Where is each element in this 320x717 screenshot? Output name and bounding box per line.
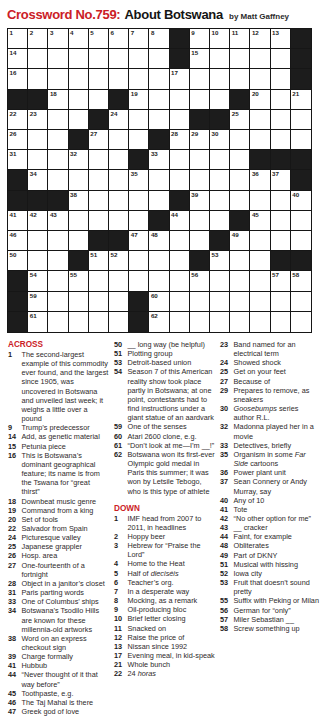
grid-cell-r10c6[interactable] [109,211,129,231]
grid-cell-r11c4[interactable] [69,231,89,251]
grid-cell-r14c3[interactable] [48,292,68,312]
grid-cell-r1c5[interactable]: 5 [89,29,109,49]
grid-cell-r8c9[interactable] [170,170,190,190]
grid-cell-r14c13[interactable] [250,292,270,312]
grid-cell-r9c7[interactable] [129,191,149,211]
section-header-across: ACROSS [8,340,109,350]
grid-cell-r8c11[interactable] [210,170,230,190]
clue-text: Plotting group [128,349,216,358]
cell-number: 59 [30,292,37,299]
grid-cell-r13c15[interactable]: 58 [291,271,311,291]
clue-number: 30 [220,404,234,422]
grid-cell-r9c14[interactable] [271,191,291,211]
cell-number: 13 [272,29,279,36]
clue-down-8: 8Mocking, as a remark [114,596,215,605]
grid-cell-r13c1 [8,271,28,291]
cell-number: 22 [10,110,17,117]
grid-cell-r7c9[interactable] [170,150,190,170]
grid-cell-r11c12[interactable]: 49 [230,231,250,251]
grid-cell-r11c6 [109,231,129,251]
grid-cell-r9c10[interactable]: 39 [190,191,210,211]
grid-cell-r11c1[interactable]: 46 [8,231,28,251]
cell-number: 41 [10,211,17,218]
grid-cell-r15c6[interactable] [109,312,129,332]
clue-number: 20 [8,515,22,524]
grid-cell-r12c8[interactable] [149,251,169,271]
clue-text: This is Botswana’s dominant geographical… [22,451,110,497]
grid-cell-r15c2[interactable]: 61 [28,312,48,332]
grid-cell-r10c4[interactable] [69,211,89,231]
grid-cell-r3c1[interactable]: 16 [8,69,28,89]
clue-across-19: 19Command from a king [8,506,109,515]
cell-number: 34 [30,170,37,177]
grid-cell-r1c13[interactable]: 12 [250,29,270,49]
clue-number: 15 [8,442,22,451]
clue-text: IMF head from 2007 to 2011, in headlines [128,514,216,532]
grid-cell-r13c10[interactable]: 56 [190,271,210,291]
clue-across-28: 28Object in a janitor’s closet [8,579,109,588]
grid-cell-r6c9[interactable]: 28 [170,130,190,150]
clue-across-46: 46The Taj Mahal is there [8,698,109,707]
grid-cell-r11c10[interactable] [190,231,210,251]
grid-cell-r7c12[interactable] [230,150,250,170]
grid-cell-r13c12[interactable] [230,271,250,291]
clue-number: 6 [114,578,128,587]
grid-cell-r4c5[interactable] [89,90,109,110]
clue-text: In a desperate way [128,587,216,596]
grid-cell-r14c5[interactable] [89,292,109,312]
grid-cell-r14c14[interactable] [271,292,291,312]
grid-cell-r2c6[interactable] [109,49,129,69]
grid-cell-r10c2[interactable]: 42 [28,211,48,231]
grid-cell-r9c11[interactable] [210,191,230,211]
clue-text: Evening meal, in kid-speak [128,651,216,660]
grid-cell-r8c6[interactable] [109,170,129,190]
clue-number: 50 [114,340,128,349]
grid-cell-r3c13[interactable] [250,69,270,89]
grid-cell-r9c2 [28,191,48,211]
clue-text: __ long way (be helpful) [128,340,216,349]
clue-number: 8 [114,596,128,605]
grid-cell-r6c14[interactable] [271,130,291,150]
clue-number: 53 [114,358,128,367]
grid-cell-r8c12[interactable] [230,170,250,190]
grid-cell-r15c14[interactable] [271,312,291,332]
grid-cell-r6c13[interactable] [250,130,270,150]
grid-cell-r13c3[interactable] [48,271,68,291]
grid-cell-r12c12[interactable] [230,251,250,271]
grid-cell-r9c13[interactable] [250,191,270,211]
grid-cell-r13c14[interactable]: 57 [271,271,291,291]
clue-across-45: 45Toothpaste, e.g. [8,689,109,698]
cell-number: 49 [232,231,239,238]
clue-text: One of Columbus’ ships [22,597,110,606]
clue-text: Faint, for example [234,532,320,541]
clue-number: 46 [8,698,22,707]
clue-text: The Taj Mahal is there [22,698,110,707]
clue-text: Command from a king [22,506,110,515]
grid-cell-r9c15[interactable]: 40 [291,191,311,211]
clue-number: 1 [114,514,128,532]
grid-cell-r12c13[interactable] [250,251,270,271]
grid-cell-r12c2[interactable] [28,251,48,271]
grid-cell-r10c7[interactable] [129,211,149,231]
grid-cell-r3c12[interactable] [230,69,250,89]
clue-down-2: 2Hoppy beer [114,532,215,541]
grid-cell-r13c5[interactable] [89,271,109,291]
grid-cell-r6c5[interactable]: 27 [89,130,109,150]
grid-cell-r12c6[interactable]: 52 [109,251,129,271]
grid-cell-r5c13[interactable] [250,110,270,130]
grid-cell-r2c15 [291,49,311,69]
grid-cell-r10c14[interactable] [271,211,291,231]
grid-cell-r15c8[interactable]: 62 [149,312,169,332]
grid-cell-r7c5[interactable] [89,150,109,170]
grid-cell-r5c14[interactable] [271,110,291,130]
clue-number: 53 [220,578,234,596]
clue-number: 11 [114,624,128,633]
clue-text: Hubbub [22,661,110,670]
clue-number: 19 [8,506,22,515]
grid-cell-r5c5 [89,110,109,130]
grid-cell-r10c10[interactable] [190,211,210,231]
grid-cell-r10c15[interactable] [291,211,311,231]
grid-cell-r4c14[interactable] [271,90,291,110]
grid-cell-r4c7[interactable]: 19 [129,90,149,110]
grid-cell-r11c7[interactable]: 47 [129,231,149,251]
grid-cell-r2c10[interactable]: 15 [190,49,210,69]
clue-number: 38 [8,634,22,652]
grid-cell-r14c6[interactable] [109,292,129,312]
clue-down-21: 21Whole bunch [114,660,215,669]
clue-text: Botswana won its first-ever Olympic gold… [128,450,216,496]
cell-number: 57 [272,271,279,278]
grid-cell-r3c11[interactable] [210,69,230,89]
puzzle-name: About Botswana [125,7,223,22]
grid-cell-r13c7[interactable] [129,271,149,291]
grid-cell-r15c9[interactable] [170,312,190,332]
clue-across-18: 18Downbeat music genre [8,497,109,506]
clue-across-34: 34Botswana’s Tsodilo Hills are known for… [8,606,109,633]
grid-cell-r2c2[interactable] [28,49,48,69]
grid-cell-r1c11[interactable]: 10 [210,29,230,49]
grid-cell-r14c12[interactable] [230,292,250,312]
grid-cell-r13c11[interactable] [210,271,230,291]
clue-number: 4 [114,559,128,568]
grid-cell-r6c10[interactable]: 29 [190,130,210,150]
grid-cell-r4c6 [109,90,129,110]
grid-cell-r10c5[interactable] [89,211,109,231]
grid-cell-r8c5[interactable] [89,170,109,190]
grid-cell-r10c9[interactable]: 44 [170,211,190,231]
grid-cell-r6c6[interactable] [109,130,129,150]
grid-cell-r14c15[interactable] [291,292,311,312]
grid-cell-r3c2[interactable] [28,69,48,89]
grid-cell-r5c8[interactable] [149,110,169,130]
grid-cell-r4c9[interactable] [170,90,190,110]
grid-cell-r3c4[interactable] [69,69,89,89]
grid-cell-r15c4[interactable] [69,312,89,332]
clue-number: 22 [114,669,128,678]
grid-cell-r12c9[interactable] [170,251,190,271]
grid-cell-r3c8[interactable] [149,69,169,89]
grid-cell-r15c11[interactable] [210,312,230,332]
clue-text: Power plant unit [234,468,320,477]
clue-text: Band named for an electrical term [234,340,320,358]
grid-cell-r7c4[interactable]: 32 [69,150,89,170]
grid-cell-r4c15[interactable]: 21 [291,90,311,110]
clue-text: Season 7 of this American reality show t… [128,367,216,422]
grid-cell-r7c7 [129,150,149,170]
clue-number: 37 [220,477,234,495]
grid-cell-r1c12[interactable]: 11 [230,29,250,49]
grid-cell-r13c4[interactable]: 55 [69,271,89,291]
grid-cell-r13c8[interactable] [149,271,169,291]
grid-cell-r4c11[interactable] [210,90,230,110]
grid-cell-r8c14[interactable]: 37 [271,170,291,190]
grid-cell-r15c5[interactable] [89,312,109,332]
clue-across-59: 59One of the senses [114,422,215,431]
cell-number: 10 [212,29,219,36]
grid-cell-r15c15[interactable] [291,312,311,332]
grid-cell-r14c2[interactable]: 59 [28,292,48,312]
clue-across-26: 26Hosp. area [8,551,109,560]
grid-cell-r3c14[interactable] [271,69,291,89]
grid-cell-r8c2[interactable]: 34 [28,170,48,190]
grid-cell-r11c13[interactable] [250,231,270,251]
grid-cell-r7c6[interactable] [109,150,129,170]
grid-cell-r7c13 [250,150,270,170]
clue-across-38: 38Word on an express checkout sign [8,634,109,652]
grid-cell-r4c4[interactable] [69,90,89,110]
grid-cell-r10c3[interactable]: 43 [48,211,68,231]
clue-number: 9 [8,423,22,432]
grid-cell-r1c2[interactable]: 2 [28,29,48,49]
clue-down-44: 44Faint, for example [220,532,320,541]
grid-cell-r4c13[interactable]: 20 [250,90,270,110]
grid-cell-r7c8[interactable]: 33 [149,150,169,170]
clue-number: 35 [220,450,234,468]
clue-text: Part of DKNY [234,551,320,560]
grid-cell-r2c8[interactable] [149,49,169,69]
grid-cell-r6c7[interactable] [129,130,149,150]
grid-cell-r8c10[interactable] [190,170,210,190]
grid-cell-r2c11[interactable] [210,49,230,69]
grid-cell-r8c7[interactable]: 35 [129,170,149,190]
grid-cell-r12c4 [69,251,89,271]
grid-cell-r2c3[interactable] [48,49,68,69]
grid-cell-r12c3[interactable] [48,251,68,271]
grid-cell-r13c13[interactable] [250,271,270,291]
cell-number: 4 [70,29,73,36]
grid-cell-r9c6[interactable] [109,191,129,211]
grid-cell-r13c6[interactable] [109,271,129,291]
grid-cell-r3c7[interactable] [129,69,149,89]
clue-number: 39 [8,652,22,661]
grid-cell-r2c1[interactable]: 14 [8,49,28,69]
grid-cell-r13c9[interactable] [170,271,190,291]
grid-cell-r2c14[interactable] [271,49,291,69]
clue-down-11: 11Snacked on [114,624,215,633]
clue-down-49: 49Part of DKNY [220,551,320,560]
grid-cell-r5c7[interactable] [129,110,149,130]
clue-across-54: 54Season 7 of this American reality show… [114,367,215,422]
grid-cell-r7c11[interactable] [210,150,230,170]
grid-cell-r4c8[interactable] [149,90,169,110]
cell-number: 62 [151,312,158,319]
grid-cell-r9c8[interactable] [149,191,169,211]
clue-number: 42 [220,514,234,523]
grid-cell-r11c14[interactable] [271,231,291,251]
grid-cell-r1c4[interactable]: 4 [69,29,89,49]
grid-cell-r3c5[interactable] [89,69,109,89]
grid-cell-r15c12[interactable] [230,312,250,332]
grid-cell-r3c10[interactable] [190,69,210,89]
grid-cell-r7c10[interactable] [190,150,210,170]
grid-cell-r3c9[interactable]: 17 [170,69,190,89]
cell-number: 36 [252,170,259,177]
grid-cell-r4c1 [8,90,28,110]
grid-cell-r2c13[interactable] [250,49,270,69]
grid-cell-r1c1[interactable]: 1 [8,29,28,49]
puzzle-series-label: Crossword No.759: [7,7,120,22]
grid-cell-r1c8[interactable]: 8 [149,29,169,49]
grid-cell-r2c7[interactable] [129,49,149,69]
grid-cell-r8c13[interactable]: 36 [250,170,270,190]
grid-cell-r5c3[interactable] [48,110,68,130]
grid-cell-r2c4[interactable] [69,49,89,69]
clue-down-24: 24Showed shock [220,358,320,367]
grid-cell-r6c2[interactable] [28,130,48,150]
clue-down-40: 40Any of 10 [220,496,320,505]
clue-down-30: 30Goosebumps series author R.L. [220,404,320,422]
grid-cell-r11c2[interactable] [28,231,48,251]
grid-cell-r15c10[interactable] [190,312,210,332]
grid-cell-r12c7[interactable] [129,251,149,271]
grid-cell-r4c2 [28,90,48,110]
clue-text: “Never thought of it that way before” [22,670,110,688]
grid-cell-r4c3[interactable]: 18 [48,90,68,110]
clue-text: Home to the Heat [128,559,216,568]
clue-number: 5 [114,569,128,578]
clue-text: Botswana’s Tsodilo Hills are known for t… [22,606,110,633]
grid-cell-r2c9 [170,49,190,69]
grid-cell-r14c9[interactable] [170,292,190,312]
grid-cell-r7c15 [291,150,311,170]
grid-cell-r6c3[interactable] [48,130,68,150]
grid-cell-r2c5[interactable] [89,49,109,69]
grid-cell-r1c7[interactable]: 7 [129,29,149,49]
grid-cell-r5c4[interactable] [69,110,89,130]
grid-cell-r8c1 [8,170,28,190]
grid-cell-r5c9[interactable] [170,110,190,130]
clue-across-24: 24Picturesque valley [8,533,109,542]
cell-number: 37 [272,170,279,177]
clue-number: 3 [114,541,128,559]
grid-cell-r11c9[interactable] [170,231,190,251]
clue-text: Showed shock [234,358,320,367]
grid-cell-r10c13[interactable]: 45 [250,211,270,231]
clue-across-15: 15Petunia piece [8,442,109,451]
grid-cell-r7c1[interactable]: 31 [8,150,28,170]
grid-cell-r6c1[interactable]: 26 [8,130,28,150]
grid-cell-r8c15 [291,170,311,190]
grid-cell-r4c10[interactable] [190,90,210,110]
clue-text: Teacher’s org. [128,578,216,587]
grid-cell-r9c5[interactable] [89,191,109,211]
cell-number: 56 [191,271,198,278]
grid-cell-r14c10[interactable] [190,292,210,312]
grid-cell-r14c11[interactable] [210,292,230,312]
grid-cell-r5c6[interactable]: 24 [109,110,129,130]
grid-cell-r10c12 [230,211,250,231]
grid-cell-r11c3[interactable] [48,231,68,251]
grid-cell-r9c12[interactable] [230,191,250,211]
cell-number: 30 [212,130,219,137]
grid-cell-r12c1[interactable]: 50 [8,251,28,271]
grid-cell-r6c4 [69,130,89,150]
grid-cell-r1c3[interactable]: 3 [48,29,68,49]
grid-cell-r5c12[interactable]: 25 [230,110,250,130]
grid-cell-r8c3[interactable] [48,170,68,190]
cell-number: 26 [10,130,17,137]
grid-cell-r15c13[interactable] [250,312,270,332]
clue-text: Oil-producing bloc [128,605,216,614]
clue-number: 33 [220,441,234,450]
grid-cell-r14c8[interactable]: 60 [149,292,169,312]
grid-cell-r3c3[interactable] [48,69,68,89]
clue-number: 22 [8,524,22,533]
grid-cell-r3c6[interactable] [109,69,129,89]
grid-cell-r6c11[interactable]: 30 [210,130,230,150]
grid-cell-r10c1[interactable]: 41 [8,211,28,231]
grid-cell-r11c15[interactable] [291,231,311,251]
grid-cell-r12c11[interactable]: 53 [210,251,230,271]
clue-text: One-fourteenth of a fortnight [22,561,110,579]
grid-cell-r15c3[interactable] [48,312,68,332]
grid-cell-r1c14[interactable]: 13 [271,29,291,49]
clue-down-41: 41Tote [220,505,320,514]
grid-cell-r11c8[interactable]: 48 [149,231,169,251]
grid-cell-r8c8[interactable] [149,170,169,190]
clue-across-51: 51Plotting group [114,349,215,358]
grid-cell-r8c4[interactable] [69,170,89,190]
grid-cell-r12c5[interactable]: 51 [89,251,109,271]
grid-cell-r6c8 [149,130,169,150]
grid-cell-r1c6[interactable]: 6 [109,29,129,49]
clue-number: 44 [8,670,22,688]
grid-cell-r7c3[interactable] [48,150,68,170]
clue-down-48: 48Obliterates [220,541,320,550]
grid-cell-r6c12[interactable] [230,130,250,150]
grid-cell-r7c2[interactable] [28,150,48,170]
clue-down-23: 23Band named for an electrical term [220,340,320,358]
clue-text: Detectives, briefly [234,441,320,450]
grid-cell-r14c4[interactable] [69,292,89,312]
clue-down-43: 43__ cracker [220,523,320,532]
grid-cell-r2c12[interactable] [230,49,250,69]
grid-cell-r6c15[interactable] [291,130,311,150]
grid-cell-r9c4[interactable]: 38 [69,191,89,211]
grid-cell-r1c10[interactable]: 9 [190,29,210,49]
grid-cell-r13c2[interactable]: 54 [28,271,48,291]
grid-cell-r5c1[interactable]: 22 [8,110,28,130]
clue-down-37: 37Sean Connery or Andy Murray, say [220,477,320,495]
grid-cell-r10c11[interactable] [210,211,230,231]
clue-number: 28 [8,579,22,588]
grid-cell-r5c2[interactable]: 23 [28,110,48,130]
grid-cell-r5c15[interactable] [291,110,311,130]
